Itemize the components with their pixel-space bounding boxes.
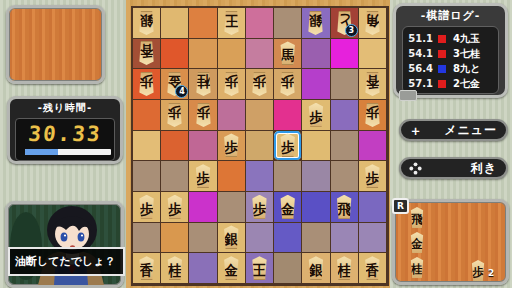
board-cell[interactable] [359,192,387,223]
timer-progress-fill [25,149,58,155]
shogi-piece[interactable]: 王 [249,256,270,280]
shogi-piece[interactable]: 歩 [136,195,157,219]
shogi-piece[interactable]: 歩 [136,72,157,96]
board-cell[interactable]: 桂 [161,253,189,284]
shogi-piece[interactable]: 馬 [277,41,298,65]
board-cell[interactable] [218,192,246,223]
board-cell[interactable]: 角 [359,8,387,39]
shogi-piece[interactable]: 歩 [277,133,298,157]
shogi-piece[interactable]: 歩 [305,103,326,127]
board-cell[interactable] [331,223,359,254]
log-player-color [438,50,446,58]
shogi-piece[interactable]: 桂 [334,256,355,280]
shogi-piece[interactable]: 歩 [362,164,383,188]
log-player-color [438,80,446,88]
board-cell[interactable]: 歩 [161,192,189,223]
dpad-icon [409,162,422,175]
board-cell[interactable]: 歩 [161,100,189,131]
board-cell[interactable] [161,131,189,162]
right-eye [78,232,85,241]
board-cell[interactable]: 香 [133,39,161,70]
board-cell[interactable] [246,100,274,131]
board-cell[interactable]: 歩 [133,69,161,100]
kiki-button[interactable]: 利き [399,157,508,179]
board-cell[interactable] [359,223,387,254]
timer-title: -残り時間- [10,101,120,115]
board-cell[interactable]: 歩 [189,100,217,131]
board-cell[interactable] [133,223,161,254]
board-cell[interactable]: 馬 [274,39,302,70]
board-cell[interactable]: 金 [274,192,302,223]
board-cell[interactable]: 王 [246,253,274,284]
board-cell[interactable] [331,69,359,100]
board-cell[interactable]: 銀 [133,8,161,39]
board-cell[interactable]: 歩 [246,69,274,100]
shogi-piece[interactable]: 銀 [305,256,326,280]
board-cell[interactable]: 香 [133,253,161,284]
shogi-piece[interactable]: 歩 [193,164,214,188]
log-move-text: 8九と [453,62,494,76]
board-cell[interactable] [161,161,189,192]
log-title: -棋譜ログ- [396,8,505,23]
board-cell[interactable] [302,131,330,162]
shogi-piece[interactable]: 歩 [164,103,185,127]
shogi-piece[interactable]: 歩 [249,195,270,219]
shogi-piece[interactable]: 歩 [164,195,185,219]
board-cell[interactable] [274,100,302,131]
shogi-piece[interactable]: 歩 [277,72,298,96]
board-cell[interactable]: 歩 [133,192,161,223]
r-button-badge: R [392,198,409,214]
log-entry: 54.1 3七桂 [407,46,494,61]
board-cell[interactable] [189,253,217,284]
board-cell[interactable]: と3 [331,8,359,39]
board-cell[interactable] [359,39,387,70]
speech-text: 油断してたでしょ？ [15,254,116,269]
log-move-text: 3七桂 [453,47,494,61]
shogi-piece[interactable]: 歩 [221,133,242,157]
board-cell[interactable]: 歩 [274,131,302,162]
board-cell[interactable] [133,161,161,192]
shogi-piece[interactable]: 金 [221,256,242,280]
captured-pawn[interactable]: 歩 [469,260,487,281]
log-entry: 57.1 2七金 [407,76,494,91]
board-cell[interactable] [218,100,246,131]
timer-panel: -残り時間- 30.33 [7,96,123,164]
board-cell[interactable]: 金 [218,253,246,284]
timer-clock: 30.33 [15,122,115,146]
log-player-color [438,65,446,73]
board-cell[interactable] [302,223,330,254]
board-cell[interactable] [161,223,189,254]
board-cell[interactable] [302,161,330,192]
board-cell[interactable] [218,161,246,192]
board-cell[interactable] [161,39,189,70]
log-move-number: 56.4 [407,63,433,74]
board-cell[interactable]: 歩 [246,192,274,223]
kifu-log-panel: -棋譜ログ- 51.1 4九玉 54.1 3七桂 56.4 8九と 57.1 2… [393,3,508,98]
board-cell[interactable]: 歩 [218,69,246,100]
opponent-piece-tray[interactable] [6,5,105,84]
board-cell[interactable] [302,39,330,70]
board-cell[interactable] [246,39,274,70]
timer-display: 30.33 [15,118,115,161]
move-badge: 4 [175,85,188,98]
menu-button[interactable]: ＋ メニュー [399,119,508,141]
log-move-text: 2七金 [453,77,494,91]
board-cell[interactable]: 歩 [218,131,246,162]
board-cell[interactable]: 歩 [274,69,302,100]
board-cell[interactable] [274,253,302,284]
board-cell[interactable]: 桂 [189,69,217,100]
board-cell[interactable] [246,131,274,162]
board-cell[interactable]: 王 [218,8,246,39]
board-cell[interactable] [246,8,274,39]
log-player-color [438,35,446,43]
log-move-number: 51.1 [407,33,433,44]
board-cell[interactable]: 香 [359,253,387,284]
board-cell[interactable]: 金4 [161,69,189,100]
board-cell[interactable]: 桂 [331,253,359,284]
board-cell[interactable] [218,39,246,70]
shogi-piece[interactable]: 銀 [136,11,157,35]
log-panel-tab[interactable] [399,90,417,101]
speech-bubble: 油断してたでしょ？ [8,247,125,276]
left-eye [61,232,68,241]
board-cell[interactable] [189,39,217,70]
captured-rook[interactable]: 飛 [408,207,426,228]
shogi-piece[interactable]: 王 [221,11,242,35]
shogi-board[interactable]: 銀王銀と3角香馬歩金4桂歩歩歩香歩歩歩歩歩歩歩歩歩歩歩金飛銀香桂金王銀桂香 [131,6,389,286]
board-cell[interactable]: 銀 [302,8,330,39]
board-cell[interactable]: 歩 [302,100,330,131]
timer-progress [25,149,111,155]
board-cell[interactable] [189,192,217,223]
player-piece-tray[interactable]: R 飛 金 桂 歩 2 [392,199,509,285]
board-cell[interactable]: 歩 [359,100,387,131]
board-cell[interactable] [133,100,161,131]
board-cell[interactable] [274,161,302,192]
shogi-piece[interactable]: 歩 [249,72,270,96]
board-cell[interactable] [161,8,189,39]
shogi-piece[interactable]: 銀 [221,225,242,249]
pawn-count: 2 [488,268,494,278]
shogi-piece[interactable]: 桂 [193,72,214,96]
shogi-piece[interactable]: 歩 [193,103,214,127]
board-cell[interactable] [331,39,359,70]
shogi-piece[interactable]: 金 [277,195,298,219]
shogi-piece[interactable]: 歩 [221,72,242,96]
board-cell[interactable] [331,131,359,162]
board-cell[interactable] [302,69,330,100]
board-cell[interactable]: 飛 [331,192,359,223]
shogi-piece[interactable]: 角 [362,11,383,35]
captured-knight[interactable]: 桂 [408,257,426,278]
board-cell[interactable] [246,223,274,254]
board-cell[interactable] [331,161,359,192]
shogi-piece[interactable]: 香 [136,41,157,65]
board-cell[interactable] [359,131,387,162]
board-cell[interactable]: 歩 [359,161,387,192]
board-cell[interactable] [331,100,359,131]
board-cell[interactable] [189,131,217,162]
menu-label: メニュー [444,122,497,139]
shogi-piece[interactable]: 飛 [334,195,355,219]
board-cell[interactable] [189,223,217,254]
board-cell[interactable]: 銀 [218,223,246,254]
log-entry: 56.4 8九と [407,61,494,76]
log-move-text: 4九玉 [453,32,494,46]
log-box: 51.1 4九玉 54.1 3七桂 56.4 8九と 57.1 2七金 [402,26,499,94]
shogi-piece[interactable]: 銀 [305,11,326,35]
shogi-piece[interactable]: 香 [362,256,383,280]
shogi-piece[interactable]: 歩 [362,103,383,127]
board-cell[interactable] [246,161,274,192]
board-cell[interactable] [274,8,302,39]
board-cell[interactable] [302,192,330,223]
log-entry: 51.1 4九玉 [407,31,494,46]
captured-gold[interactable]: 金 [408,232,426,253]
move-badge: 3 [345,24,358,37]
log-move-number: 57.1 [407,78,433,89]
board-cell[interactable] [189,8,217,39]
kiki-label: 利き [471,160,497,177]
board-cell[interactable] [274,223,302,254]
board-cell[interactable] [133,131,161,162]
board-cell[interactable]: 歩 [189,161,217,192]
log-move-number: 54.1 [407,48,433,59]
shogi-piece[interactable]: 香 [362,72,383,96]
plus-icon: ＋ [409,124,422,137]
shogi-piece[interactable]: 桂 [164,256,185,280]
board-cell[interactable]: 香 [359,69,387,100]
shogi-piece[interactable]: 香 [136,256,157,280]
board-cell[interactable]: 銀 [302,253,330,284]
